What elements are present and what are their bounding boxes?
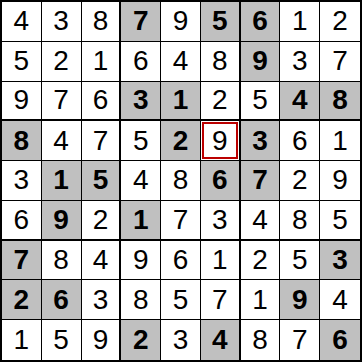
cell-r4c9[interactable]: 1 — [320, 121, 360, 161]
cell-r3c8[interactable]: 4 — [280, 82, 320, 122]
cell-r9c9[interactable]: 6 — [320, 320, 360, 360]
cell-r2c3[interactable]: 1 — [82, 42, 122, 82]
cell-r1c9[interactable]: 2 — [320, 2, 360, 42]
cell-r6c9[interactable]: 5 — [320, 201, 360, 241]
cell-r7c9[interactable]: 3 — [320, 241, 360, 281]
cell-r4c8[interactable]: 6 — [280, 121, 320, 161]
cell-r8c8[interactable]: 9 — [280, 280, 320, 320]
cell-r5c5[interactable]: 8 — [161, 161, 201, 201]
cell-r6c7[interactable]: 4 — [241, 201, 281, 241]
cell-r4c2[interactable]: 4 — [42, 121, 82, 161]
cell-r7c3[interactable]: 4 — [82, 241, 122, 281]
cell-r7c4[interactable]: 9 — [121, 241, 161, 281]
cell-r5c7[interactable]: 7 — [241, 161, 281, 201]
cell-r8c7[interactable]: 1 — [241, 280, 281, 320]
cell-r5c3[interactable]: 5 — [82, 161, 122, 201]
cell-r1c7[interactable]: 6 — [241, 2, 281, 42]
cell-r7c7[interactable]: 2 — [241, 241, 281, 281]
cell-r5c9[interactable]: 9 — [320, 161, 360, 201]
cell-r6c6[interactable]: 3 — [201, 201, 241, 241]
cell-r9c3[interactable]: 9 — [82, 320, 122, 360]
cell-r8c2[interactable]: 6 — [42, 280, 82, 320]
cell-r2c5[interactable]: 4 — [161, 42, 201, 82]
cell-r8c6[interactable]: 7 — [201, 280, 241, 320]
sudoku-board: 4387956125216489379763125488475293613154… — [0, 0, 362, 362]
cell-r5c6[interactable]: 6 — [201, 161, 241, 201]
cell-r4c3[interactable]: 7 — [82, 121, 122, 161]
cell-r5c8[interactable]: 2 — [280, 161, 320, 201]
cell-r3c1[interactable]: 9 — [2, 82, 42, 122]
cell-r7c6[interactable]: 1 — [201, 241, 241, 281]
cell-r1c6[interactable]: 5 — [201, 2, 241, 42]
cell-r1c1[interactable]: 4 — [2, 2, 42, 42]
cell-r6c8[interactable]: 8 — [280, 201, 320, 241]
cell-r3c2[interactable]: 7 — [42, 82, 82, 122]
cell-r3c4[interactable]: 3 — [121, 82, 161, 122]
cell-r7c5[interactable]: 6 — [161, 241, 201, 281]
cell-r1c5[interactable]: 9 — [161, 2, 201, 42]
cell-r2c9[interactable]: 7 — [320, 42, 360, 82]
cell-r2c2[interactable]: 2 — [42, 42, 82, 82]
cell-r2c1[interactable]: 5 — [2, 42, 42, 82]
cell-r7c1[interactable]: 7 — [2, 241, 42, 281]
cell-r3c5[interactable]: 1 — [161, 82, 201, 122]
cell-r2c4[interactable]: 6 — [121, 42, 161, 82]
cell-r9c1[interactable]: 1 — [2, 320, 42, 360]
cell-r6c2[interactable]: 9 — [42, 201, 82, 241]
cell-r4c4[interactable]: 5 — [121, 121, 161, 161]
cell-r9c2[interactable]: 5 — [42, 320, 82, 360]
cell-r1c3[interactable]: 8 — [82, 2, 122, 42]
cell-r2c6[interactable]: 8 — [201, 42, 241, 82]
cell-r9c7[interactable]: 8 — [241, 320, 281, 360]
cell-r7c8[interactable]: 5 — [280, 241, 320, 281]
cell-r5c2[interactable]: 1 — [42, 161, 82, 201]
cell-r5c1[interactable]: 3 — [2, 161, 42, 201]
cell-r6c3[interactable]: 2 — [82, 201, 122, 241]
selected-cell-highlight — [202, 122, 238, 159]
cell-r7c2[interactable]: 8 — [42, 241, 82, 281]
cell-r2c8[interactable]: 3 — [280, 42, 320, 82]
cell-r8c3[interactable]: 3 — [82, 280, 122, 320]
cell-r3c7[interactable]: 5 — [241, 82, 281, 122]
cell-r3c3[interactable]: 6 — [82, 82, 122, 122]
cell-r2c7[interactable]: 9 — [241, 42, 281, 82]
cell-r9c4[interactable]: 2 — [121, 320, 161, 360]
cell-r3c6[interactable]: 2 — [201, 82, 241, 122]
cell-r4c7[interactable]: 3 — [241, 121, 281, 161]
cell-r6c4[interactable]: 1 — [121, 201, 161, 241]
cell-r8c9[interactable]: 4 — [320, 280, 360, 320]
cell-r6c5[interactable]: 7 — [161, 201, 201, 241]
cell-r1c8[interactable]: 1 — [280, 2, 320, 42]
cell-r9c8[interactable]: 7 — [280, 320, 320, 360]
cell-r8c5[interactable]: 5 — [161, 280, 201, 320]
cell-r8c4[interactable]: 8 — [121, 280, 161, 320]
cell-r4c6[interactable]: 9 — [201, 121, 241, 161]
cell-r1c4[interactable]: 7 — [121, 2, 161, 42]
cell-r5c4[interactable]: 4 — [121, 161, 161, 201]
cell-r4c1[interactable]: 8 — [2, 121, 42, 161]
cell-r6c1[interactable]: 6 — [2, 201, 42, 241]
cell-r3c9[interactable]: 8 — [320, 82, 360, 122]
cell-r9c6[interactable]: 4 — [201, 320, 241, 360]
cell-r8c1[interactable]: 2 — [2, 280, 42, 320]
cell-r4c5[interactable]: 2 — [161, 121, 201, 161]
cell-r9c5[interactable]: 3 — [161, 320, 201, 360]
cell-r1c2[interactable]: 3 — [42, 2, 82, 42]
